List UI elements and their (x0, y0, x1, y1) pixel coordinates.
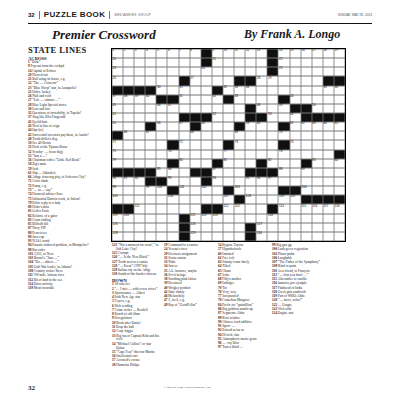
grid-cell[interactable]: 50 (312, 104, 323, 113)
grid-cell[interactable]: 30 (156, 86, 167, 95)
grid-cell[interactable] (290, 223, 301, 232)
grid-cell[interactable] (123, 223, 134, 232)
grid-cell[interactable] (323, 95, 334, 104)
grid-cell[interactable] (290, 168, 301, 177)
grid-cell[interactable] (156, 131, 167, 140)
grid-cell[interactable] (201, 86, 212, 95)
grid-cell[interactable]: 120 (123, 214, 134, 223)
grid-cell[interactable]: 101 (179, 186, 190, 195)
grid-cell[interactable] (278, 76, 289, 85)
grid-cell[interactable]: 2 (123, 49, 134, 58)
grid-cell[interactable] (278, 113, 289, 122)
grid-cell[interactable] (190, 95, 201, 104)
grid-cell[interactable] (145, 67, 156, 76)
grid-cell[interactable] (334, 95, 345, 104)
grid-cell[interactable]: 106 (167, 195, 178, 204)
grid-cell[interactable]: 113 (234, 204, 245, 213)
grid-cell[interactable]: 41 (179, 95, 190, 104)
grid-cell[interactable] (223, 177, 234, 186)
grid-cell[interactable] (201, 195, 212, 204)
grid-cell[interactable] (312, 223, 323, 232)
grid-cell[interactable] (201, 140, 212, 149)
grid-cell[interactable]: 28 (256, 76, 267, 85)
grid-cell[interactable] (267, 131, 278, 140)
grid-cell[interactable] (190, 186, 201, 195)
grid-cell[interactable] (223, 232, 234, 241)
grid-cell[interactable]: 67 (145, 131, 156, 140)
grid-cell[interactable] (290, 150, 301, 159)
grid-cell[interactable] (323, 159, 334, 168)
grid-cell[interactable] (323, 67, 334, 76)
grid-cell[interactable] (134, 104, 145, 113)
grid-cell[interactable] (145, 76, 156, 85)
grid-cell[interactable] (167, 131, 178, 140)
grid-cell[interactable] (223, 223, 234, 232)
grid-cell[interactable]: 8 (190, 49, 201, 58)
grid-cell[interactable] (234, 232, 245, 241)
grid-cell[interactable] (156, 204, 167, 213)
grid-cell[interactable] (256, 140, 267, 149)
grid-cell[interactable]: 103 (234, 186, 245, 195)
grid-cell[interactable] (290, 159, 301, 168)
grid-cell[interactable] (234, 214, 245, 223)
grid-cell[interactable]: 96 (256, 177, 267, 186)
grid-cell[interactable] (134, 232, 145, 241)
grid-cell[interactable]: 85 (156, 168, 167, 177)
grid-cell[interactable] (223, 104, 234, 113)
grid-cell[interactable] (190, 104, 201, 113)
grid-cell[interactable]: 16 (301, 49, 312, 58)
grid-cell[interactable] (134, 58, 145, 67)
grid-cell[interactable]: 17 (312, 49, 323, 58)
grid-cell[interactable]: 58 (201, 122, 212, 131)
grid-cell[interactable]: 84 (334, 159, 345, 168)
grid-cell[interactable] (334, 67, 345, 76)
grid-cell[interactable] (190, 86, 201, 95)
grid-cell[interactable] (201, 232, 212, 241)
grid-cell[interactable] (312, 186, 323, 195)
grid-cell[interactable] (256, 58, 267, 67)
grid-cell[interactable] (156, 58, 167, 67)
grid-cell[interactable]: 24 (201, 67, 212, 76)
grid-cell[interactable]: 43 (234, 95, 245, 104)
grid-cell[interactable] (212, 122, 223, 131)
grid-cell[interactable]: 74 (290, 140, 301, 149)
grid-cell[interactable] (145, 159, 156, 168)
grid-cell[interactable] (301, 214, 312, 223)
grid-cell[interactable] (312, 168, 323, 177)
grid-cell[interactable] (312, 177, 323, 186)
grid-cell[interactable] (167, 76, 178, 85)
grid-cell[interactable] (245, 159, 256, 168)
grid-cell[interactable]: 104 (301, 186, 312, 195)
grid-cell[interactable]: 53 (267, 113, 278, 122)
grid-cell[interactable] (290, 177, 301, 186)
grid-cell[interactable] (267, 86, 278, 95)
grid-cell[interactable] (245, 58, 256, 67)
grid-cell[interactable]: 6 (167, 49, 178, 58)
grid-cell[interactable] (201, 131, 212, 140)
grid-cell[interactable] (334, 168, 345, 177)
grid-cell[interactable] (334, 104, 345, 113)
grid-cell[interactable]: 81 (223, 159, 234, 168)
grid-cell[interactable] (167, 86, 178, 95)
grid-cell[interactable]: 47 (167, 104, 178, 113)
grid-cell[interactable]: 78 (278, 150, 289, 159)
grid-cell[interactable] (123, 76, 134, 85)
grid-cell[interactable] (312, 86, 323, 95)
grid-cell[interactable] (245, 95, 256, 104)
grid-cell[interactable] (123, 104, 134, 113)
grid-cell[interactable]: 80 (179, 159, 190, 168)
grid-cell[interactable] (278, 177, 289, 186)
grid-cell[interactable] (245, 67, 256, 76)
grid-cell[interactable] (145, 113, 156, 122)
grid-cell[interactable]: 55 (112, 122, 123, 131)
grid-cell[interactable]: 4 (145, 49, 156, 58)
grid-cell[interactable]: 99 (145, 186, 156, 195)
grid-cell[interactable] (290, 76, 301, 85)
grid-cell[interactable] (256, 195, 267, 204)
grid-cell[interactable]: 27 (190, 76, 201, 85)
grid-cell[interactable] (123, 195, 134, 204)
grid-cell[interactable] (245, 140, 256, 149)
grid-cell[interactable] (145, 223, 156, 232)
grid-cell[interactable] (290, 67, 301, 76)
grid-cell[interactable]: 49 (278, 104, 289, 113)
grid-cell[interactable] (334, 214, 345, 223)
grid-cell[interactable] (167, 232, 178, 241)
grid-cell[interactable] (278, 223, 289, 232)
grid-cell[interactable] (234, 150, 245, 159)
grid-cell[interactable] (134, 76, 145, 85)
grid-cell[interactable]: 66 (123, 131, 134, 140)
grid-cell[interactable] (278, 86, 289, 95)
grid-cell[interactable] (179, 204, 190, 213)
grid-cell[interactable] (123, 232, 134, 241)
grid-cell[interactable]: 62 (301, 122, 312, 131)
grid-cell[interactable]: 130 (256, 232, 267, 241)
grid-cell[interactable] (301, 95, 312, 104)
grid-cell[interactable] (134, 159, 145, 168)
grid-cell[interactable]: 83 (312, 159, 323, 168)
grid-cell[interactable] (334, 140, 345, 149)
grid-cell[interactable] (323, 150, 334, 159)
grid-cell[interactable] (134, 140, 145, 149)
grid-cell[interactable] (301, 150, 312, 159)
grid-cell[interactable] (234, 159, 245, 168)
grid-cell[interactable]: 112 (223, 204, 234, 213)
grid-cell[interactable] (334, 131, 345, 140)
grid-cell[interactable]: 88 (278, 168, 289, 177)
grid-cell[interactable] (334, 232, 345, 241)
grid-cell[interactable]: 70 (278, 131, 289, 140)
grid-cell[interactable] (190, 177, 201, 186)
grid-cell[interactable] (245, 150, 256, 159)
grid-cell[interactable] (134, 214, 145, 223)
grid-cell[interactable] (223, 58, 234, 67)
grid-cell[interactable] (312, 67, 323, 76)
grid-cell[interactable] (212, 223, 223, 232)
grid-cell[interactable] (301, 67, 312, 76)
grid-cell[interactable]: 52 (212, 113, 223, 122)
grid-cell[interactable] (201, 150, 212, 159)
grid-cell[interactable]: 64 (323, 122, 334, 131)
grid-cell[interactable] (323, 131, 334, 140)
grid-cell[interactable]: 44 (290, 95, 301, 104)
grid-cell[interactable]: 128 (112, 232, 123, 241)
grid-cell[interactable] (212, 232, 223, 241)
grid-cell[interactable] (301, 140, 312, 149)
grid-cell[interactable] (156, 140, 167, 149)
grid-cell[interactable]: 38 (123, 95, 134, 104)
grid-cell[interactable] (301, 86, 312, 95)
grid-cell[interactable] (290, 214, 301, 223)
grid-cell[interactable]: 60 (256, 122, 267, 131)
grid-cell[interactable] (201, 104, 212, 113)
grid-cell[interactable]: 79 (112, 159, 123, 168)
grid-cell[interactable]: 122 (201, 214, 212, 223)
grid-cell[interactable] (212, 150, 223, 159)
grid-cell[interactable] (245, 214, 256, 223)
grid-cell[interactable]: 57 (179, 122, 190, 131)
grid-cell[interactable] (167, 122, 178, 131)
grid-cell[interactable] (301, 223, 312, 232)
grid-cell[interactable] (267, 140, 278, 149)
grid-cell[interactable]: 56 (156, 122, 167, 131)
grid-cell[interactable] (278, 232, 289, 241)
grid-cell[interactable] (201, 95, 212, 104)
grid-cell[interactable] (145, 204, 156, 213)
grid-cell[interactable]: 7 (179, 49, 190, 58)
grid-cell[interactable] (234, 223, 245, 232)
grid-cell[interactable]: 61 (290, 122, 301, 131)
grid-cell[interactable] (156, 214, 167, 223)
grid-cell[interactable]: 118 (334, 204, 345, 213)
crossword-grid[interactable]: 1234567891011121314151617181920212223242… (111, 48, 346, 242)
grid-cell[interactable]: 124 (267, 214, 278, 223)
grid-cell[interactable] (167, 113, 178, 122)
grid-cell[interactable] (256, 204, 267, 213)
grid-cell[interactable]: 117 (323, 204, 334, 213)
grid-cell[interactable] (312, 58, 323, 67)
grid-cell[interactable]: 46 (156, 104, 167, 113)
grid-cell[interactable] (256, 186, 267, 195)
grid-cell[interactable]: 68 (190, 131, 201, 140)
grid-cell[interactable]: 10 (223, 49, 234, 58)
grid-cell[interactable] (123, 113, 134, 122)
grid-cell[interactable] (301, 232, 312, 241)
grid-cell[interactable] (223, 131, 234, 140)
grid-cell[interactable] (323, 168, 334, 177)
grid-cell[interactable] (323, 140, 334, 149)
grid-cell[interactable] (234, 113, 245, 122)
grid-cell[interactable] (167, 67, 178, 76)
grid-cell[interactable] (323, 232, 334, 241)
grid-cell[interactable] (179, 58, 190, 67)
grid-cell[interactable] (201, 223, 212, 232)
grid-cell[interactable] (256, 150, 267, 159)
grid-cell[interactable]: 48 (256, 104, 267, 113)
grid-cell[interactable] (190, 195, 201, 204)
grid-cell[interactable] (212, 195, 223, 204)
grid-cell[interactable]: 21 (212, 58, 223, 67)
grid-cell[interactable]: 110 (290, 195, 301, 204)
grid-cell[interactable] (212, 140, 223, 149)
grid-cell[interactable] (123, 150, 134, 159)
grid-cell[interactable] (223, 168, 234, 177)
grid-cell[interactable] (245, 131, 256, 140)
grid-cell[interactable]: 100 (156, 186, 167, 195)
grid-cell[interactable]: 65 (334, 122, 345, 131)
grid-cell[interactable]: 39 (134, 95, 145, 104)
grid-cell[interactable] (312, 232, 323, 241)
grid-cell[interactable] (123, 159, 134, 168)
grid-cell[interactable] (134, 150, 145, 159)
grid-cell[interactable]: 97 (267, 177, 278, 186)
grid-cell[interactable] (290, 204, 301, 213)
grid-cell[interactable]: 93 (167, 177, 178, 186)
grid-cell[interactable] (167, 223, 178, 232)
grid-cell[interactable] (312, 214, 323, 223)
grid-cell[interactable]: 73 (234, 140, 245, 149)
grid-cell[interactable] (234, 104, 245, 113)
grid-cell[interactable] (145, 104, 156, 113)
grid-cell[interactable] (323, 223, 334, 232)
grid-cell[interactable] (145, 58, 156, 67)
grid-cell[interactable]: 115 (301, 204, 312, 213)
grid-cell[interactable] (278, 214, 289, 223)
grid-cell[interactable] (334, 223, 345, 232)
grid-cell[interactable] (156, 223, 167, 232)
grid-cell[interactable] (267, 223, 278, 232)
grid-cell[interactable] (134, 122, 145, 131)
grid-cell[interactable] (267, 95, 278, 104)
grid-cell[interactable]: 123 (212, 214, 223, 223)
grid-cell[interactable] (223, 122, 234, 131)
grid-cell[interactable]: 29 (267, 76, 278, 85)
grid-cell[interactable] (145, 195, 156, 204)
grid-cell[interactable]: 102 (201, 186, 212, 195)
grid-cell[interactable] (123, 186, 134, 195)
grid-cell[interactable]: 40 (145, 95, 156, 104)
grid-cell[interactable] (323, 186, 334, 195)
grid-cell[interactable]: 5 (156, 49, 167, 58)
grid-cell[interactable]: 108 (245, 195, 256, 204)
grid-cell[interactable] (167, 204, 178, 213)
grid-cell[interactable] (256, 131, 267, 140)
grid-cell[interactable] (234, 168, 245, 177)
grid-cell[interactable] (234, 67, 245, 76)
grid-cell[interactable] (156, 67, 167, 76)
grid-cell[interactable]: 116 (312, 204, 323, 213)
grid-cell[interactable]: 12 (245, 49, 256, 58)
grid-cell[interactable] (190, 150, 201, 159)
grid-cell[interactable]: 105 (112, 195, 123, 204)
grid-cell[interactable]: 3 (134, 49, 145, 58)
grid-cell[interactable] (167, 58, 178, 67)
grid-cell[interactable] (145, 214, 156, 223)
grid-cell[interactable]: 19 (334, 49, 345, 58)
grid-cell[interactable] (312, 76, 323, 85)
grid-cell[interactable] (156, 150, 167, 159)
grid-cell[interactable] (201, 76, 212, 85)
grid-cell[interactable] (334, 186, 345, 195)
grid-cell[interactable] (267, 232, 278, 241)
grid-cell[interactable] (123, 58, 134, 67)
grid-cell[interactable] (123, 67, 134, 76)
grid-cell[interactable] (245, 204, 256, 213)
grid-cell[interactable]: 111 (134, 204, 145, 213)
grid-cell[interactable] (267, 122, 278, 131)
grid-cell[interactable] (223, 214, 234, 223)
grid-cell[interactable]: 32 (223, 86, 234, 95)
grid-cell[interactable] (212, 67, 223, 76)
grid-cell[interactable] (190, 159, 201, 168)
grid-cell[interactable] (267, 195, 278, 204)
grid-cell[interactable] (323, 58, 334, 67)
grid-cell[interactable] (134, 223, 145, 232)
grid-cell[interactable]: 18 (323, 49, 334, 58)
grid-cell[interactable] (256, 86, 267, 95)
grid-cell[interactable]: 82 (267, 159, 278, 168)
grid-cell[interactable] (134, 113, 145, 122)
grid-cell[interactable]: 13 (256, 49, 267, 58)
grid-cell[interactable] (301, 76, 312, 85)
grid-cell[interactable] (134, 131, 145, 140)
grid-cell[interactable] (212, 76, 223, 85)
grid-cell[interactable] (179, 195, 190, 204)
grid-cell[interactable]: 95 (245, 177, 256, 186)
grid-cell[interactable] (156, 232, 167, 241)
grid-cell[interactable]: 26 (112, 76, 123, 85)
grid-cell[interactable] (212, 186, 223, 195)
grid-cell[interactable]: 76 (167, 150, 178, 159)
grid-cell[interactable] (223, 113, 234, 122)
grid-cell[interactable]: 114 (278, 204, 289, 213)
grid-cell[interactable] (179, 168, 190, 177)
grid-cell[interactable] (290, 232, 301, 241)
grid-cell[interactable] (156, 195, 167, 204)
grid-cell[interactable] (334, 58, 345, 67)
grid-cell[interactable] (123, 140, 134, 149)
grid-cell[interactable]: 94 (212, 177, 223, 186)
grid-cell[interactable]: 91 (123, 177, 134, 186)
grid-cell[interactable]: 59 (245, 122, 256, 131)
grid-cell[interactable]: 63 (312, 122, 323, 131)
grid-cell[interactable] (301, 131, 312, 140)
grid-cell[interactable]: 129 (190, 232, 201, 241)
grid-cell[interactable] (134, 186, 145, 195)
grid-cell[interactable] (190, 58, 201, 67)
grid-cell[interactable]: 35 (323, 86, 334, 95)
grid-cell[interactable]: 25 (278, 67, 289, 76)
grid-cell[interactable] (223, 67, 234, 76)
grid-cell[interactable] (212, 131, 223, 140)
grid-cell[interactable] (234, 58, 245, 67)
grid-cell[interactable] (312, 131, 323, 140)
grid-cell[interactable] (267, 186, 278, 195)
grid-cell[interactable]: 72 (179, 140, 190, 149)
grid-cell[interactable] (145, 150, 156, 159)
grid-cell[interactable]: 11 (234, 49, 245, 58)
grid-cell[interactable]: 92 (134, 177, 145, 186)
grid-cell[interactable] (323, 214, 334, 223)
grid-cell[interactable] (134, 67, 145, 76)
grid-cell[interactable]: 15 (290, 49, 301, 58)
grid-cell[interactable] (145, 232, 156, 241)
grid-cell[interactable]: 34 (245, 86, 256, 95)
